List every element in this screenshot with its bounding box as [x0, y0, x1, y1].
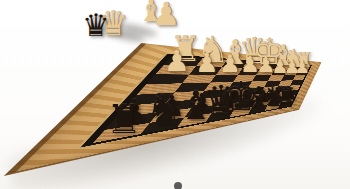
white-pawn-a2: ♟ — [164, 47, 190, 76]
black-rook-a8: ♜ — [106, 99, 142, 139]
white-pawn-b2: ♟ — [195, 50, 218, 76]
chess-set-product-photo: ♜♞♝♛♚♝♞♜♟♟♟♟♟♟♟♟♟♟♟♟♟♟♟♟♜♞♝♛♚♝♞♜♛♛♝♟ — [0, 0, 350, 189]
black-knight-b8: ♞ — [146, 90, 183, 131]
extra-black-queen: ♛ — [82, 10, 110, 41]
white-pawn-h2: ♟ — [294, 59, 309, 76]
white-piece-behind-board-2: ♟ — [152, 0, 181, 30]
black-bishop-c8: ♝ — [179, 86, 214, 125]
watermark-dot — [174, 182, 182, 189]
